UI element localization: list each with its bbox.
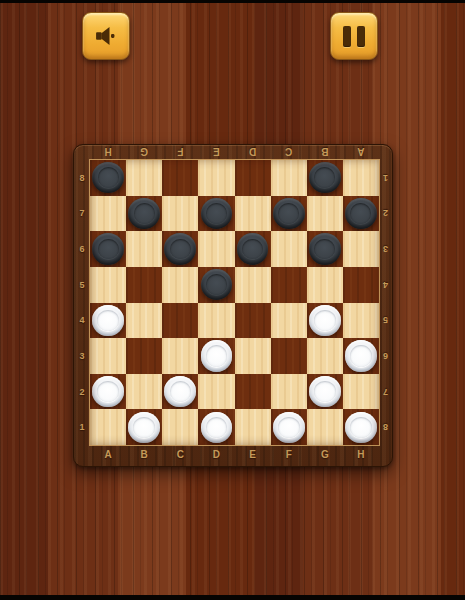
black-piece[interactable]: ⛂ <box>309 162 341 193</box>
rank-label: 1 <box>74 409 90 445</box>
file-label: C <box>162 445 198 466</box>
black-piece-glyph: ⛂ <box>309 162 341 193</box>
file-label: A <box>343 145 379 159</box>
black-piece[interactable]: ⛂ <box>309 233 341 264</box>
top-file-labels: ABCDEFGH <box>90 145 379 159</box>
white-piece-glyph: ⛀ <box>164 376 196 407</box>
square-a4[interactable]: ⛀ <box>90 303 126 339</box>
black-piece[interactable]: ⛂ <box>201 269 233 300</box>
file-label: F <box>271 445 307 466</box>
square-d3[interactable]: ⛀ <box>198 338 234 374</box>
rank-label: 3 <box>74 338 90 374</box>
white-piece-glyph: ⛀ <box>309 376 341 407</box>
square-h7[interactable]: ⛂ <box>343 196 379 232</box>
black-piece-glyph: ⛂ <box>201 198 233 229</box>
white-piece[interactable]: ⛀ <box>164 376 196 407</box>
square-d7[interactable]: ⛂ <box>198 196 234 232</box>
board-squares: ⛂⛂⛂⛂⛂⛂⛂⛂⛂⛂⛂⛀⛀⛀⛀⛀⛀⛀⛀⛀⛀⛀ <box>90 160 379 445</box>
black-piece-glyph: ⛂ <box>92 233 124 264</box>
bottom-file-labels: ABCDEFGH <box>90 445 379 466</box>
square-e1[interactable] <box>235 409 271 445</box>
rank-label: 7 <box>74 196 90 232</box>
square-b7[interactable]: ⛂ <box>126 196 162 232</box>
file-label: G <box>307 445 343 466</box>
rank-label: 5 <box>74 267 90 303</box>
square-f6[interactable] <box>271 231 307 267</box>
white-piece-glyph: ⛀ <box>128 412 160 443</box>
rank-label: 6 <box>379 338 392 374</box>
white-piece-glyph: ⛀ <box>345 340 377 371</box>
white-piece[interactable]: ⛀ <box>345 412 377 443</box>
rank-label: 3 <box>379 231 392 267</box>
square-f7[interactable]: ⛂ <box>271 196 307 232</box>
square-g8[interactable]: ⛂ <box>307 160 343 196</box>
white-piece-glyph: ⛀ <box>345 412 377 443</box>
square-b8[interactable] <box>126 160 162 196</box>
square-h8[interactable] <box>343 160 379 196</box>
white-piece[interactable]: ⛀ <box>92 376 124 407</box>
white-piece[interactable]: ⛀ <box>345 340 377 371</box>
black-piece[interactable]: ⛂ <box>201 198 233 229</box>
square-b1[interactable]: ⛀ <box>126 409 162 445</box>
file-label: D <box>198 445 234 466</box>
square-d5[interactable]: ⛂ <box>198 267 234 303</box>
rank-label: 5 <box>379 303 392 339</box>
square-d4[interactable] <box>198 303 234 339</box>
square-e4[interactable] <box>235 303 271 339</box>
square-c4[interactable] <box>162 303 198 339</box>
square-h5[interactable] <box>343 267 379 303</box>
checkers-board: ABCDEFGH 87654321 87654321 ABCDEFGH ⛂⛂⛂⛂… <box>73 144 393 467</box>
square-b5[interactable] <box>126 267 162 303</box>
black-piece[interactable]: ⛂ <box>237 233 269 264</box>
square-h1[interactable]: ⛀ <box>343 409 379 445</box>
square-a1[interactable] <box>90 409 126 445</box>
square-g7[interactable] <box>307 196 343 232</box>
black-piece[interactable]: ⛂ <box>128 198 160 229</box>
square-g2[interactable]: ⛀ <box>307 374 343 410</box>
rank-label: 2 <box>379 196 392 232</box>
square-a6[interactable]: ⛂ <box>90 231 126 267</box>
left-rank-labels: 87654321 <box>74 160 90 445</box>
square-c1[interactable] <box>162 409 198 445</box>
square-f4[interactable] <box>271 303 307 339</box>
square-e8[interactable] <box>235 160 271 196</box>
square-e5[interactable] <box>235 267 271 303</box>
game-screen: ABCDEFGH 87654321 87654321 ABCDEFGH ⛂⛂⛂⛂… <box>0 0 465 600</box>
file-label: B <box>307 145 343 159</box>
rank-label: 4 <box>74 303 90 339</box>
file-label: D <box>235 145 271 159</box>
square-e3[interactable] <box>235 338 271 374</box>
square-f1[interactable]: ⛀ <box>271 409 307 445</box>
black-piece[interactable]: ⛂ <box>92 233 124 264</box>
sound-button[interactable] <box>82 12 130 60</box>
square-c2[interactable]: ⛀ <box>162 374 198 410</box>
white-piece[interactable]: ⛀ <box>273 412 305 443</box>
black-piece-glyph: ⛂ <box>201 269 233 300</box>
square-h6[interactable] <box>343 231 379 267</box>
square-b3[interactable] <box>126 338 162 374</box>
square-f2[interactable] <box>271 374 307 410</box>
black-piece-glyph: ⛂ <box>273 198 305 229</box>
black-piece-glyph: ⛂ <box>237 233 269 264</box>
white-piece-glyph: ⛀ <box>201 412 233 443</box>
square-b6[interactable] <box>126 231 162 267</box>
square-a3[interactable] <box>90 338 126 374</box>
square-c6[interactable]: ⛂ <box>162 231 198 267</box>
rank-label: 1 <box>379 160 392 196</box>
top-black-strip <box>0 0 465 3</box>
black-piece[interactable]: ⛂ <box>273 198 305 229</box>
right-rank-labels: 87654321 <box>379 160 392 445</box>
square-g4[interactable]: ⛀ <box>307 303 343 339</box>
square-g1[interactable] <box>307 409 343 445</box>
square-h2[interactable] <box>343 374 379 410</box>
square-f8[interactable] <box>271 160 307 196</box>
square-c8[interactable] <box>162 160 198 196</box>
black-piece[interactable]: ⛂ <box>345 198 377 229</box>
square-f5[interactable] <box>271 267 307 303</box>
square-h3[interactable]: ⛀ <box>343 338 379 374</box>
square-d6[interactable] <box>198 231 234 267</box>
bottom-black-strip <box>0 595 465 600</box>
pause-button[interactable] <box>330 12 378 60</box>
square-h4[interactable] <box>343 303 379 339</box>
square-b4[interactable] <box>126 303 162 339</box>
square-f3[interactable] <box>271 338 307 374</box>
file-label: C <box>271 145 307 159</box>
square-a5[interactable] <box>90 267 126 303</box>
square-b2[interactable] <box>126 374 162 410</box>
rank-label: 7 <box>379 374 392 410</box>
white-piece[interactable]: ⛀ <box>92 305 124 336</box>
black-piece-glyph: ⛂ <box>164 233 196 264</box>
square-g3[interactable] <box>307 338 343 374</box>
file-label: B <box>126 445 162 466</box>
square-e7[interactable] <box>235 196 271 232</box>
square-g6[interactable]: ⛂ <box>307 231 343 267</box>
file-label: E <box>235 445 271 466</box>
black-piece[interactable]: ⛂ <box>164 233 196 264</box>
rank-label: 8 <box>379 409 392 445</box>
black-piece-glyph: ⛂ <box>345 198 377 229</box>
white-piece-glyph: ⛀ <box>309 305 341 336</box>
square-a2[interactable]: ⛀ <box>90 374 126 410</box>
square-g5[interactable] <box>307 267 343 303</box>
black-piece-glyph: ⛂ <box>92 162 124 193</box>
white-piece[interactable]: ⛀ <box>309 305 341 336</box>
white-piece[interactable]: ⛀ <box>128 412 160 443</box>
square-d1[interactable]: ⛀ <box>198 409 234 445</box>
white-piece-glyph: ⛀ <box>92 376 124 407</box>
white-piece[interactable]: ⛀ <box>201 412 233 443</box>
file-label: H <box>343 445 379 466</box>
white-piece-glyph: ⛀ <box>92 305 124 336</box>
square-c5[interactable] <box>162 267 198 303</box>
square-e6[interactable]: ⛂ <box>235 231 271 267</box>
square-e2[interactable] <box>235 374 271 410</box>
rank-label: 4 <box>379 267 392 303</box>
white-piece[interactable]: ⛀ <box>309 376 341 407</box>
file-label: G <box>126 145 162 159</box>
square-c7[interactable] <box>162 196 198 232</box>
square-c3[interactable] <box>162 338 198 374</box>
speaker-icon <box>92 22 120 50</box>
square-a8[interactable]: ⛂ <box>90 160 126 196</box>
black-piece-glyph: ⛂ <box>309 233 341 264</box>
rank-label: 8 <box>74 160 90 196</box>
file-label: A <box>90 445 126 466</box>
rank-label: 2 <box>74 374 90 410</box>
white-piece-glyph: ⛀ <box>201 340 233 371</box>
square-a7[interactable] <box>90 196 126 232</box>
square-d8[interactable] <box>198 160 234 196</box>
pause-icon <box>343 26 365 47</box>
black-piece[interactable]: ⛂ <box>92 162 124 193</box>
black-piece-glyph: ⛂ <box>128 198 160 229</box>
file-label: F <box>162 145 198 159</box>
file-label: E <box>198 145 234 159</box>
rank-label: 6 <box>74 231 90 267</box>
white-piece-glyph: ⛀ <box>273 412 305 443</box>
white-piece[interactable]: ⛀ <box>201 340 233 371</box>
file-label: H <box>90 145 126 159</box>
square-d2[interactable] <box>198 374 234 410</box>
